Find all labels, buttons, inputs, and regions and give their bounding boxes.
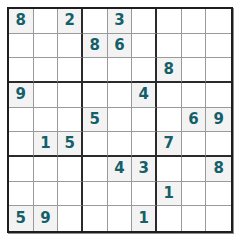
sudoku-cell-r8c3[interactable] bbox=[58, 182, 83, 207]
sudoku-cell-r2c7[interactable] bbox=[157, 34, 182, 59]
sudoku-cell-r5c9[interactable]: 9 bbox=[206, 108, 231, 133]
sudoku-cell-r9c7[interactable] bbox=[157, 206, 182, 231]
sudoku-cell-r9c5[interactable] bbox=[108, 206, 133, 231]
sudoku-cell-r5c1[interactable] bbox=[9, 108, 34, 133]
sudoku-cell-r6c7[interactable]: 7 bbox=[157, 132, 182, 157]
sudoku-cell-r3c9[interactable] bbox=[206, 58, 231, 83]
sudoku-cell-r9c4[interactable] bbox=[83, 206, 108, 231]
sudoku-cell-r4c5[interactable] bbox=[108, 83, 133, 108]
sudoku-cell-r4c8[interactable] bbox=[182, 83, 207, 108]
sudoku-cell-r9c1[interactable]: 5 bbox=[9, 206, 34, 231]
sudoku-cell-r2c5[interactable]: 6 bbox=[108, 34, 133, 59]
sudoku-cell-r5c2[interactable] bbox=[34, 108, 59, 133]
sudoku-cell-r7c5[interactable]: 4 bbox=[108, 157, 133, 182]
sudoku-cell-r3c1[interactable] bbox=[9, 58, 34, 83]
sudoku-cell-r4c3[interactable] bbox=[58, 83, 83, 108]
sudoku-cell-r3c8[interactable] bbox=[182, 58, 207, 83]
sudoku-cell-r2c3[interactable] bbox=[58, 34, 83, 59]
sudoku-cell-r5c3[interactable] bbox=[58, 108, 83, 133]
sudoku-cell-r6c1[interactable] bbox=[9, 132, 34, 157]
sudoku-cell-r7c2[interactable] bbox=[34, 157, 59, 182]
sudoku-cell-r2c2[interactable] bbox=[34, 34, 59, 59]
sudoku-cell-r2c1[interactable] bbox=[9, 34, 34, 59]
sudoku-cell-r4c4[interactable] bbox=[83, 83, 108, 108]
sudoku-cell-r4c6[interactable]: 4 bbox=[132, 83, 157, 108]
sudoku-cell-r3c4[interactable] bbox=[83, 58, 108, 83]
sudoku-cell-r1c3[interactable]: 2 bbox=[58, 9, 83, 34]
sudoku-cell-r8c2[interactable] bbox=[34, 182, 59, 207]
sudoku-cell-r1c7[interactable] bbox=[157, 9, 182, 34]
sudoku-cell-r1c6[interactable] bbox=[132, 9, 157, 34]
sudoku-cell-r6c2[interactable]: 1 bbox=[34, 132, 59, 157]
sudoku-cell-r7c3[interactable] bbox=[58, 157, 83, 182]
sudoku-cell-r3c7[interactable]: 8 bbox=[157, 58, 182, 83]
sudoku-cell-r1c9[interactable] bbox=[206, 9, 231, 34]
sudoku-cell-r6c6[interactable] bbox=[132, 132, 157, 157]
sudoku-cell-r5c4[interactable]: 5 bbox=[83, 108, 108, 133]
sudoku-cell-r8c7[interactable]: 1 bbox=[157, 182, 182, 207]
sudoku-cell-r9c3[interactable] bbox=[58, 206, 83, 231]
sudoku-cell-r8c6[interactable] bbox=[132, 182, 157, 207]
sudoku-cell-r1c4[interactable] bbox=[83, 9, 108, 34]
sudoku-cell-r7c1[interactable] bbox=[9, 157, 34, 182]
sudoku-cell-r5c8[interactable]: 6 bbox=[182, 108, 207, 133]
sudoku-cell-r3c2[interactable] bbox=[34, 58, 59, 83]
sudoku-cell-r6c5[interactable] bbox=[108, 132, 133, 157]
sudoku-cell-r4c1[interactable]: 9 bbox=[9, 83, 34, 108]
sudoku-cell-r5c5[interactable] bbox=[108, 108, 133, 133]
sudoku-cell-r5c6[interactable] bbox=[132, 108, 157, 133]
sudoku-cell-r2c6[interactable] bbox=[132, 34, 157, 59]
sudoku-cell-r6c3[interactable]: 5 bbox=[58, 132, 83, 157]
sudoku-cell-r2c8[interactable] bbox=[182, 34, 207, 59]
sudoku-cell-r3c3[interactable] bbox=[58, 58, 83, 83]
sudoku-cell-r8c8[interactable] bbox=[182, 182, 207, 207]
sudoku-cell-r3c5[interactable] bbox=[108, 58, 133, 83]
sudoku-cell-r8c5[interactable] bbox=[108, 182, 133, 207]
sudoku-cell-r7c9[interactable]: 8 bbox=[206, 157, 231, 182]
sudoku-cell-r6c4[interactable] bbox=[83, 132, 108, 157]
sudoku-cell-r3c6[interactable] bbox=[132, 58, 157, 83]
sudoku-cell-r6c9[interactable] bbox=[206, 132, 231, 157]
sudoku-cell-r1c2[interactable] bbox=[34, 9, 59, 34]
sudoku-cell-r5c7[interactable] bbox=[157, 108, 182, 133]
sudoku-cell-r1c1[interactable]: 8 bbox=[9, 9, 34, 34]
sudoku-cell-r4c7[interactable] bbox=[157, 83, 182, 108]
sudoku-cell-r7c4[interactable] bbox=[83, 157, 108, 182]
sudoku-cell-r9c9[interactable] bbox=[206, 206, 231, 231]
sudoku-cell-r8c4[interactable] bbox=[83, 182, 108, 207]
sudoku-cell-r8c9[interactable] bbox=[206, 182, 231, 207]
sudoku-cell-r2c4[interactable]: 8 bbox=[83, 34, 108, 59]
sudoku-cell-r7c6[interactable]: 3 bbox=[132, 157, 157, 182]
sudoku-cell-r8c1[interactable] bbox=[9, 182, 34, 207]
sudoku-cell-r9c8[interactable] bbox=[182, 206, 207, 231]
sudoku-cell-r4c2[interactable] bbox=[34, 83, 59, 108]
sudoku-cell-r1c8[interactable] bbox=[182, 9, 207, 34]
sudoku-cell-r1c5[interactable]: 3 bbox=[108, 9, 133, 34]
sudoku-cell-r6c8[interactable] bbox=[182, 132, 207, 157]
sudoku-cell-r9c6[interactable]: 1 bbox=[132, 206, 157, 231]
sudoku-cell-r7c8[interactable] bbox=[182, 157, 207, 182]
sudoku-board: 823868945691574381591 bbox=[7, 7, 233, 233]
sudoku-cell-r4c9[interactable] bbox=[206, 83, 231, 108]
sudoku-cell-r7c7[interactable] bbox=[157, 157, 182, 182]
sudoku-cell-r2c9[interactable] bbox=[206, 34, 231, 59]
sudoku-cell-r9c2[interactable]: 9 bbox=[34, 206, 59, 231]
